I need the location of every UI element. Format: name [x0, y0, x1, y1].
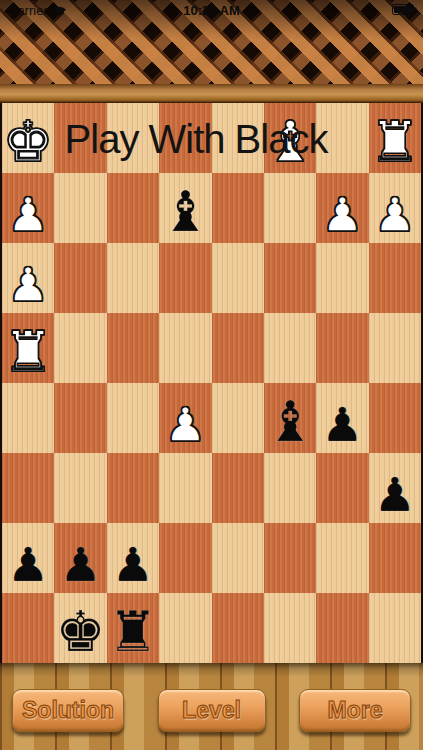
square-a1[interactable]: ♜ — [369, 103, 421, 173]
status-bar: Carrier 10:22 AM — [0, 0, 423, 22]
status-time: 10:22 AM — [0, 3, 423, 18]
square-g1[interactable] — [54, 103, 106, 173]
square-e7[interactable] — [159, 523, 211, 593]
more-button[interactable]: More — [299, 689, 411, 732]
square-d4[interactable] — [212, 313, 264, 383]
square-a4[interactable] — [369, 313, 421, 383]
square-f5[interactable] — [107, 383, 159, 453]
square-f6[interactable] — [107, 453, 159, 523]
square-a3[interactable] — [369, 243, 421, 313]
square-g6[interactable] — [54, 453, 106, 523]
square-b2[interactable]: ♟ — [316, 173, 368, 243]
square-h7[interactable]: ♟ — [2, 523, 54, 593]
piece-bR: ♜ — [108, 605, 158, 658]
square-d2[interactable] — [212, 173, 264, 243]
piece-bP: ♟ — [59, 543, 101, 588]
square-g3[interactable] — [54, 243, 106, 313]
square-b6[interactable] — [316, 453, 368, 523]
piece-wK: ♚ — [3, 115, 53, 168]
square-b1[interactable] — [316, 103, 368, 173]
square-c6[interactable] — [264, 453, 316, 523]
piece-wB: ♝ — [265, 115, 315, 168]
piece-wP: ♟ — [321, 193, 363, 238]
square-b7[interactable] — [316, 523, 368, 593]
square-e1[interactable] — [159, 103, 211, 173]
piece-wR: ♜ — [370, 115, 420, 168]
square-c5[interactable]: ♝ — [264, 383, 316, 453]
square-c1[interactable]: ♝ — [264, 103, 316, 173]
square-b5[interactable]: ♟ — [316, 383, 368, 453]
app-screen: Carrier 10:22 AM ♚♝♜♟♝♟♟♟♜♟♝♟♟♟♟♟♚♜ Play… — [0, 0, 423, 750]
square-c2[interactable] — [264, 173, 316, 243]
square-b3[interactable] — [316, 243, 368, 313]
square-b4[interactable] — [316, 313, 368, 383]
piece-bP: ♟ — [112, 543, 154, 588]
square-a2[interactable]: ♟ — [369, 173, 421, 243]
piece-bP: ♟ — [321, 403, 363, 448]
piece-wP: ♟ — [164, 403, 206, 448]
solution-button[interactable]: Solution — [12, 689, 124, 732]
square-g5[interactable] — [54, 383, 106, 453]
square-a8[interactable] — [369, 593, 421, 663]
battery-icon — [392, 4, 417, 15]
piece-bP: ♟ — [7, 543, 49, 588]
square-h2[interactable]: ♟ — [2, 173, 54, 243]
square-h3[interactable]: ♟ — [2, 243, 54, 313]
square-d6[interactable] — [212, 453, 264, 523]
square-a7[interactable] — [369, 523, 421, 593]
square-g4[interactable] — [54, 313, 106, 383]
chess-board[interactable]: ♚♝♜♟♝♟♟♟♜♟♝♟♟♟♟♟♚♜ — [2, 103, 421, 663]
square-h5[interactable] — [2, 383, 54, 453]
square-f7[interactable]: ♟ — [107, 523, 159, 593]
square-a6[interactable]: ♟ — [369, 453, 421, 523]
square-e2[interactable]: ♝ — [159, 173, 211, 243]
square-f3[interactable] — [107, 243, 159, 313]
square-c8[interactable] — [264, 593, 316, 663]
piece-bP: ♟ — [374, 473, 416, 518]
square-h6[interactable] — [2, 453, 54, 523]
square-f1[interactable] — [107, 103, 159, 173]
square-h8[interactable] — [2, 593, 54, 663]
square-f2[interactable] — [107, 173, 159, 243]
square-e6[interactable] — [159, 453, 211, 523]
wood-beam — [0, 84, 423, 103]
bottom-button-bar: Solution Level More — [0, 689, 423, 732]
square-e8[interactable] — [159, 593, 211, 663]
square-g2[interactable] — [54, 173, 106, 243]
square-e3[interactable] — [159, 243, 211, 313]
square-c7[interactable] — [264, 523, 316, 593]
piece-wR: ♜ — [3, 325, 53, 378]
square-e4[interactable] — [159, 313, 211, 383]
square-f4[interactable] — [107, 313, 159, 383]
square-a5[interactable] — [369, 383, 421, 453]
square-d7[interactable] — [212, 523, 264, 593]
piece-bB: ♝ — [160, 185, 210, 238]
piece-wP: ♟ — [374, 193, 416, 238]
square-b8[interactable] — [316, 593, 368, 663]
square-d3[interactable] — [212, 243, 264, 313]
board-frame: ♚♝♜♟♝♟♟♟♜♟♝♟♟♟♟♟♚♜ — [0, 103, 423, 663]
square-g7[interactable]: ♟ — [54, 523, 106, 593]
square-h4[interactable]: ♜ — [2, 313, 54, 383]
square-d1[interactable] — [212, 103, 264, 173]
square-e5[interactable]: ♟ — [159, 383, 211, 453]
square-f8[interactable]: ♜ — [107, 593, 159, 663]
square-c4[interactable] — [264, 313, 316, 383]
square-d8[interactable] — [212, 593, 264, 663]
square-g8[interactable]: ♚ — [54, 593, 106, 663]
square-h1[interactable]: ♚ — [2, 103, 54, 173]
square-d5[interactable] — [212, 383, 264, 453]
piece-wP: ♟ — [7, 263, 49, 308]
piece-bB: ♝ — [265, 395, 315, 448]
level-button[interactable]: Level — [158, 689, 266, 732]
piece-wP: ♟ — [7, 193, 49, 238]
piece-bK: ♚ — [55, 605, 105, 658]
square-c3[interactable] — [264, 243, 316, 313]
